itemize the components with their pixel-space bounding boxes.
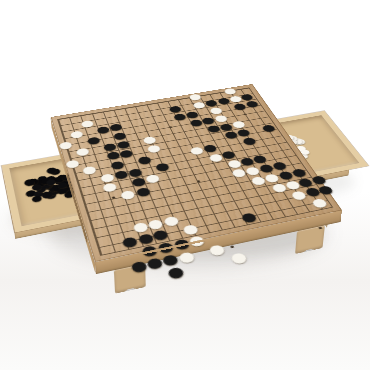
- black-stone: ●: [44, 179, 56, 188]
- table-leg: [295, 225, 325, 254]
- white-stone: ●: [81, 164, 98, 176]
- star-point: [197, 180, 201, 182]
- white-stone: ●: [180, 222, 200, 237]
- white-stone: ●: [145, 217, 165, 231]
- black-stone: ●: [40, 179, 54, 189]
- black-stone: ●: [134, 185, 152, 198]
- black-stone: ●: [38, 182, 50, 191]
- black-stone: ●: [30, 182, 43, 192]
- black-stone: ●: [35, 179, 47, 188]
- black-stone: ●: [55, 185, 69, 195]
- white-stone: ●: [161, 214, 181, 228]
- black-stone: ●: [45, 165, 58, 174]
- black-stone: ●: [153, 161, 171, 173]
- white-stone: ●: [248, 174, 267, 186]
- black-stone: ●: [39, 177, 51, 186]
- black-stone: ●: [34, 177, 47, 187]
- star-point: [230, 245, 234, 248]
- black-stone: ●: [45, 174, 58, 183]
- black-stone: ●: [53, 176, 66, 186]
- black-stone: ●: [34, 181, 46, 190]
- white-stone: ●: [118, 188, 136, 201]
- black-stone: ●: [257, 162, 276, 174]
- black-stone: ●: [30, 193, 43, 203]
- black-stone: ●: [120, 235, 140, 250]
- black-stone: ●: [31, 178, 44, 188]
- black-stone: ●: [129, 175, 147, 188]
- black-stone: ●: [51, 186, 63, 195]
- white-stone: ●: [243, 165, 262, 177]
- black-stone: ●: [150, 228, 170, 243]
- black-stone: ●: [48, 166, 61, 175]
- black-stone: ●: [47, 184, 60, 193]
- black-stone: ●: [47, 183, 60, 193]
- black-stone: ●: [40, 180, 52, 189]
- black-stone: ●: [238, 210, 259, 224]
- black-stone: ●: [295, 176, 315, 189]
- black-stone: ●: [315, 183, 336, 196]
- black-stone: ●: [48, 185, 61, 195]
- black-stone: ●: [23, 177, 37, 187]
- black-stone: ●: [44, 190, 58, 201]
- black-stone: ●: [43, 176, 55, 185]
- black-stone: ●: [136, 231, 156, 246]
- table-leg: [114, 264, 146, 294]
- black-stone: ●: [54, 176, 67, 185]
- white-stone: ●: [269, 181, 289, 194]
- white-stone: ●: [98, 171, 116, 183]
- black-stone: ●: [52, 174, 65, 183]
- white-stone: ●: [288, 188, 308, 201]
- black-stone: ●: [26, 176, 39, 186]
- black-stone: ●: [52, 184, 64, 193]
- white-stone: ●: [229, 167, 248, 179]
- black-stone: ●: [45, 177, 57, 186]
- white-stone: ●: [309, 196, 330, 209]
- white-stone: ●: [131, 220, 151, 234]
- black-stone: ●: [41, 181, 54, 190]
- black-stone: ●: [34, 181, 46, 190]
- black-stone: ●: [24, 188, 37, 198]
- star-point: [112, 196, 116, 199]
- black-stone: ●: [49, 183, 61, 192]
- black-stone: ●: [54, 186, 67, 196]
- black-stone: ●: [47, 186, 60, 196]
- product-photo-go-table: ●●●●●●●●●●●●●●●●●●●●●●●●●●●●●●●●●●●●●●●●…: [0, 0, 370, 370]
- black-stone: ●: [289, 166, 309, 178]
- black-stone: ●: [165, 264, 186, 280]
- white-stone: ●: [282, 178, 302, 191]
- white-stone: ●: [144, 172, 162, 184]
- go-table: ●●●●●●●●●●●●●●●●●●●●●●●●●●●●●●●●●●●●●●●●…: [51, 84, 342, 262]
- white-stone: ●: [228, 250, 250, 266]
- black-stone: ●: [126, 166, 144, 178]
- scene-3d: ●●●●●●●●●●●●●●●●●●●●●●●●●●●●●●●●●●●●●●●●…: [0, 0, 370, 370]
- black-stone: ●: [112, 168, 130, 180]
- black-stone: ●: [109, 159, 126, 171]
- black-stone: ●: [32, 189, 45, 199]
- black-stone: ●: [40, 189, 54, 199]
- black-stone: ●: [56, 180, 69, 189]
- black-stone: ●: [36, 174, 48, 183]
- white-stone: ●: [101, 181, 119, 194]
- black-stone: ●: [47, 183, 61, 193]
- black-stone: ●: [51, 184, 64, 194]
- black-stone: ●: [42, 177, 55, 186]
- black-stone: ●: [42, 178, 55, 188]
- black-stone: ●: [276, 169, 296, 181]
- black-stone: ●: [302, 185, 323, 198]
- star-point: [277, 164, 281, 166]
- black-stone: ●: [35, 185, 47, 194]
- black-stone: ●: [24, 178, 36, 187]
- white-stone: ●: [262, 172, 282, 184]
